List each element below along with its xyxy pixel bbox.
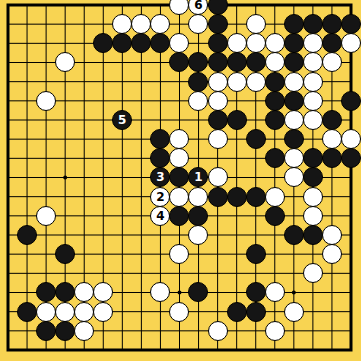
black-stone: [208, 110, 228, 130]
white-stone: [303, 52, 323, 72]
black-stone: [246, 282, 266, 302]
white-stone: [131, 14, 151, 34]
white-stone: [227, 72, 247, 92]
black-stone: 3: [150, 167, 170, 187]
white-stone: [208, 72, 228, 92]
white-stone: [341, 129, 361, 149]
black-stone: [55, 244, 75, 264]
white-stone: [188, 14, 208, 34]
white-stone: [227, 33, 247, 53]
black-stone: [303, 167, 323, 187]
black-stone: [55, 282, 75, 302]
black-stone: [265, 206, 285, 226]
black-stone: [36, 282, 56, 302]
black-stone: [150, 33, 170, 53]
white-stone: 6: [188, 0, 208, 15]
move-number-label: 4: [156, 210, 164, 222]
black-stone: [169, 52, 189, 72]
white-stone: [303, 110, 323, 130]
black-stone: [188, 72, 208, 92]
white-stone: [55, 52, 75, 72]
black-stone: [188, 52, 208, 72]
white-stone: [93, 282, 113, 302]
white-stone: [169, 148, 189, 168]
black-stone: [169, 206, 189, 226]
black-stone: [265, 148, 285, 168]
black-stone: [188, 206, 208, 226]
black-stone: [169, 167, 189, 187]
black-stone: [284, 225, 304, 245]
white-stone: [322, 52, 342, 72]
black-stone: [246, 187, 266, 207]
move-number-label: 1: [194, 171, 202, 183]
black-stone: 1: [188, 167, 208, 187]
white-stone: 2: [150, 187, 170, 207]
white-stone: [284, 167, 304, 187]
black-stone: [284, 33, 304, 53]
black-stone: [341, 148, 361, 168]
black-stone: [227, 110, 247, 130]
white-stone: [303, 91, 323, 111]
black-stone: [131, 33, 151, 53]
white-stone: [150, 14, 170, 34]
white-stone: [208, 321, 228, 341]
white-stone: 4: [150, 206, 170, 226]
black-stone: [265, 110, 285, 130]
black-stone: [341, 91, 361, 111]
white-stone: [265, 52, 285, 72]
black-stone: 5: [112, 110, 132, 130]
white-stone: [93, 302, 113, 322]
black-stone: [265, 91, 285, 111]
white-stone: [284, 148, 304, 168]
white-stone: [265, 321, 285, 341]
move-number-label: 2: [156, 191, 164, 203]
white-stone: [74, 302, 94, 322]
white-stone: [169, 244, 189, 264]
black-stone: [150, 148, 170, 168]
black-stone: [17, 225, 37, 245]
black-stone: [208, 0, 228, 15]
stone-layer: 653124: [0, 0, 361, 360]
black-stone: [208, 33, 228, 53]
white-stone: [169, 33, 189, 53]
black-stone: [265, 72, 285, 92]
white-stone: [36, 206, 56, 226]
go-diagram-page: 653124: [0, 0, 361, 361]
black-stone: [303, 225, 323, 245]
black-stone: [227, 187, 247, 207]
white-stone: [208, 167, 228, 187]
white-stone: [284, 302, 304, 322]
white-stone: [188, 225, 208, 245]
black-stone: [208, 52, 228, 72]
white-stone: [74, 282, 94, 302]
white-stone: [303, 187, 323, 207]
white-stone: [303, 263, 323, 283]
white-stone: [341, 33, 361, 53]
white-stone: [150, 282, 170, 302]
white-stone: [265, 187, 285, 207]
white-stone: [322, 244, 342, 264]
black-stone: [55, 321, 75, 341]
black-stone: [284, 129, 304, 149]
white-stone: [322, 225, 342, 245]
black-stone: [284, 52, 304, 72]
move-number-label: 6: [194, 0, 202, 11]
white-stone: [74, 321, 94, 341]
white-stone: [303, 206, 323, 226]
black-stone: [322, 110, 342, 130]
white-stone: [169, 129, 189, 149]
white-stone: [303, 33, 323, 53]
white-stone: [169, 0, 189, 15]
black-stone: [284, 91, 304, 111]
black-stone: [322, 148, 342, 168]
black-stone: [93, 33, 113, 53]
move-number-label: 5: [118, 114, 126, 126]
black-stone: [246, 302, 266, 322]
white-stone: [36, 91, 56, 111]
black-stone: [208, 14, 228, 34]
black-stone: [246, 52, 266, 72]
white-stone: [55, 302, 75, 322]
black-stone: [303, 14, 323, 34]
black-stone: [36, 321, 56, 341]
white-stone: [208, 129, 228, 149]
black-stone: [322, 33, 342, 53]
black-stone: [303, 148, 323, 168]
white-stone: [188, 187, 208, 207]
black-stone: [284, 14, 304, 34]
white-stone: [246, 14, 266, 34]
white-stone: [284, 110, 304, 130]
black-stone: [322, 14, 342, 34]
black-stone: [227, 52, 247, 72]
white-stone: [112, 14, 132, 34]
white-stone: [246, 33, 266, 53]
black-stone: [341, 14, 361, 34]
white-stone: [208, 91, 228, 111]
black-stone: [17, 302, 37, 322]
go-board[interactable]: 653124: [0, 0, 361, 361]
white-stone: [36, 302, 56, 322]
black-stone: [208, 187, 228, 207]
white-stone: [169, 302, 189, 322]
white-stone: [303, 72, 323, 92]
white-stone: [265, 33, 285, 53]
white-stone: [322, 129, 342, 149]
black-stone: [150, 129, 170, 149]
black-stone: [246, 129, 266, 149]
black-stone: [112, 33, 132, 53]
black-stone: [188, 282, 208, 302]
white-stone: [246, 72, 266, 92]
black-stone: [246, 244, 266, 264]
black-stone: [227, 302, 247, 322]
white-stone: [169, 187, 189, 207]
move-number-label: 3: [156, 171, 164, 183]
white-stone: [265, 282, 285, 302]
white-stone: [284, 72, 304, 92]
white-stone: [188, 91, 208, 111]
